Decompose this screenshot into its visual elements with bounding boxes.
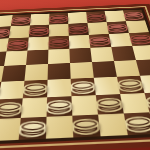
square-f2[interactable]: ⛂ (96, 94, 124, 114)
square-f8[interactable]: ⛂ (86, 11, 106, 23)
square-d6[interactable]: ⛂ (48, 36, 69, 50)
square-c1[interactable]: ⛂ (19, 117, 47, 140)
red-piece[interactable]: ⛂ (87, 31, 112, 49)
red-piece[interactable]: ⛂ (127, 29, 150, 47)
board-grid: ⛂⛂⛂⛂⛂⛂⛂⛂⛂⛂⛂⛂⛂⛂⛂⛂⛂⛂⛂⛂⛂⛂⛂⛂ (0, 8, 150, 146)
square-d2[interactable]: ⛂ (47, 96, 73, 117)
cream-piece[interactable]: ⛂ (69, 74, 97, 98)
cream-piece[interactable]: ⛂ (17, 112, 48, 142)
red-piece[interactable]: ⛂ (47, 33, 70, 51)
cream-piece[interactable]: ⛂ (45, 92, 74, 119)
square-f4[interactable] (92, 61, 117, 78)
cream-piece[interactable]: ⛂ (71, 110, 102, 140)
square-e7[interactable]: ⛂ (68, 23, 89, 36)
square-d4[interactable] (48, 63, 71, 80)
square-e1[interactable]: ⛂ (72, 115, 100, 138)
square-c7[interactable]: ⛂ (29, 25, 49, 38)
square-e3[interactable]: ⛂ (71, 78, 96, 96)
red-piece[interactable]: ⛂ (67, 20, 90, 37)
square-d8[interactable]: ⛂ (49, 13, 68, 25)
square-g7[interactable]: ⛂ (107, 21, 129, 34)
board-frame: ⛂⛂⛂⛂⛂⛂⛂⛂⛂⛂⛂⛂⛂⛂⛂⛂⛂⛂⛂⛂⛂⛂⛂⛂ (0, 4, 150, 150)
square-b6[interactable]: ⛂ (7, 37, 29, 51)
cream-piece[interactable]: ⛂ (122, 108, 150, 138)
square-f6[interactable]: ⛂ (89, 34, 111, 48)
square-c5[interactable] (26, 50, 48, 65)
red-piece[interactable]: ⛂ (48, 10, 69, 25)
red-piece[interactable]: ⛂ (5, 35, 30, 53)
cream-piece[interactable]: ⛂ (21, 76, 49, 100)
table-background: ⛂⛂⛂⛂⛂⛂⛂⛂⛂⛂⛂⛂⛂⛂⛂⛂⛂⛂⛂⛂⛂⛂⛂⛂ (0, 0, 150, 150)
square-h6[interactable]: ⛂ (129, 32, 150, 46)
square-g1[interactable]: ⛂ (124, 112, 150, 135)
square-c3[interactable]: ⛂ (23, 80, 48, 99)
